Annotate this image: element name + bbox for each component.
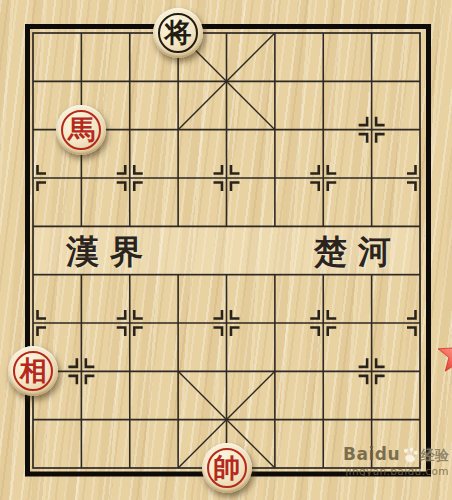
point-marker (310, 310, 319, 319)
point-marker (376, 376, 385, 385)
point-marker (134, 165, 143, 174)
piece-red-horse[interactable]: 馬 (56, 105, 106, 155)
point-marker (376, 134, 385, 143)
point-marker (376, 117, 385, 126)
point-marker (134, 310, 143, 319)
point-marker (359, 358, 368, 367)
point-marker (86, 376, 95, 385)
point-marker (231, 310, 240, 319)
red-star-cursor (431, 333, 452, 377)
point-marker (407, 182, 416, 191)
point-marker (407, 310, 416, 319)
point-marker (86, 358, 95, 367)
point-marker (407, 327, 416, 336)
point-marker (68, 376, 77, 385)
river-label-left: 漢界 (66, 231, 154, 273)
point-marker (117, 182, 126, 191)
xiangqi-board[interactable]: 漢界 楚河 将馬相帥 Baidu 经验 jingyan.baidu.com (0, 0, 452, 500)
point-marker (134, 327, 143, 336)
point-marker (407, 165, 416, 174)
point-marker (359, 117, 368, 126)
piece-red-elephant[interactable]: 相 (8, 346, 58, 396)
point-marker (231, 165, 240, 174)
point-marker (310, 165, 319, 174)
piece-black-general[interactable]: 将 (153, 8, 203, 58)
point-marker (359, 134, 368, 143)
point-marker (231, 327, 240, 336)
point-marker (328, 327, 337, 336)
river-label-right: 楚河 (314, 231, 402, 273)
point-marker (214, 182, 223, 191)
point-marker (310, 327, 319, 336)
piece-glyph: 相 (8, 346, 58, 396)
point-marker (117, 327, 126, 336)
piece-glyph: 将 (153, 8, 203, 58)
point-marker (38, 182, 47, 191)
point-marker (214, 165, 223, 174)
point-marker (38, 165, 47, 174)
point-marker (231, 182, 240, 191)
point-marker (117, 310, 126, 319)
point-marker (214, 310, 223, 319)
point-marker (359, 376, 368, 385)
piece-glyph: 帥 (202, 443, 252, 493)
point-marker (38, 327, 47, 336)
point-marker (134, 182, 143, 191)
piece-red-general[interactable]: 帥 (202, 443, 252, 493)
point-marker (328, 310, 337, 319)
point-marker (328, 165, 337, 174)
point-marker (214, 327, 223, 336)
point-marker (310, 182, 319, 191)
point-marker (328, 182, 337, 191)
piece-glyph: 馬 (56, 105, 106, 155)
point-marker (68, 358, 77, 367)
point-marker (376, 358, 385, 367)
point-marker (117, 165, 126, 174)
point-marker (38, 310, 47, 319)
